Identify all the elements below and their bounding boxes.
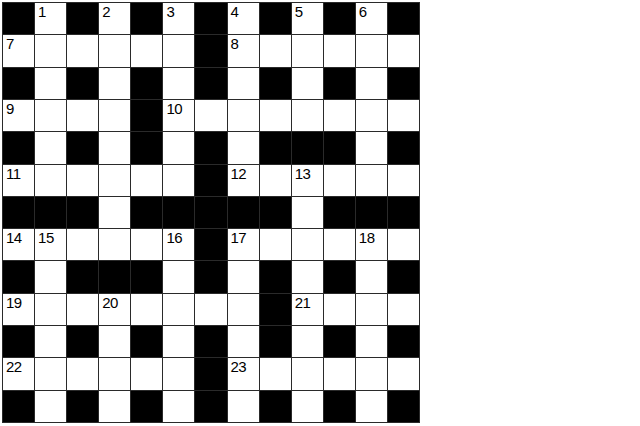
cell-r5c1[interactable] bbox=[35, 165, 66, 196]
cell-r8c6 bbox=[195, 261, 226, 292]
cell-r9c5[interactable] bbox=[163, 294, 194, 325]
clue-number: 12 bbox=[231, 166, 247, 182]
cell-r10c1[interactable] bbox=[35, 326, 66, 357]
cell-r3c12[interactable] bbox=[388, 100, 419, 131]
cell-r0c3[interactable]: 2 bbox=[99, 3, 130, 34]
cell-r2c3[interactable] bbox=[99, 68, 130, 99]
cell-r6c0 bbox=[3, 197, 34, 228]
cell-r7c6 bbox=[195, 229, 226, 260]
cell-r1c4[interactable] bbox=[131, 35, 162, 66]
cell-r6c5 bbox=[163, 197, 194, 228]
cell-r11c3[interactable] bbox=[99, 358, 130, 389]
clue-number: 21 bbox=[295, 295, 311, 311]
cell-r0c10 bbox=[324, 3, 355, 34]
cell-r1c7[interactable]: 8 bbox=[228, 35, 259, 66]
cell-r5c4[interactable] bbox=[131, 165, 162, 196]
clue-number: 9 bbox=[6, 101, 14, 117]
cell-r7c2[interactable] bbox=[67, 229, 98, 260]
cell-r10c9[interactable] bbox=[292, 326, 323, 357]
cell-r7c9[interactable] bbox=[292, 229, 323, 260]
cell-r6c1 bbox=[35, 197, 66, 228]
cell-r7c5[interactable]: 16 bbox=[163, 229, 194, 260]
cell-r10c8 bbox=[260, 326, 291, 357]
cell-r11c0[interactable]: 22 bbox=[3, 358, 34, 389]
cell-r6c11 bbox=[356, 197, 387, 228]
cell-r6c9[interactable] bbox=[292, 197, 323, 228]
cell-r11c7[interactable]: 23 bbox=[228, 358, 259, 389]
clue-number: 5 bbox=[295, 4, 303, 20]
cell-r11c4[interactable] bbox=[131, 358, 162, 389]
cell-r0c12 bbox=[388, 3, 419, 34]
cell-r2c9[interactable] bbox=[292, 68, 323, 99]
cell-r12c0 bbox=[3, 391, 34, 422]
cell-r12c1[interactable] bbox=[35, 391, 66, 422]
cell-r7c3[interactable] bbox=[99, 229, 130, 260]
cell-r6c6 bbox=[195, 197, 226, 228]
cell-r4c1[interactable] bbox=[35, 132, 66, 163]
cell-r10c3[interactable] bbox=[99, 326, 130, 357]
cell-r0c5[interactable]: 3 bbox=[163, 3, 194, 34]
clue-number: 18 bbox=[359, 230, 375, 246]
cell-r6c2 bbox=[67, 197, 98, 228]
cell-r11c1[interactable] bbox=[35, 358, 66, 389]
clue-number: 15 bbox=[38, 230, 54, 246]
cell-r3c8[interactable] bbox=[260, 100, 291, 131]
cell-r9c8 bbox=[260, 294, 291, 325]
cell-r4c3[interactable] bbox=[99, 132, 130, 163]
cell-r3c9[interactable] bbox=[292, 100, 323, 131]
clue-number: 2 bbox=[102, 4, 110, 20]
cell-r11c11[interactable] bbox=[356, 358, 387, 389]
cell-r4c12 bbox=[388, 132, 419, 163]
clue-number: 1 bbox=[38, 4, 46, 20]
cell-r1c8[interactable] bbox=[260, 35, 291, 66]
cell-r10c12 bbox=[388, 326, 419, 357]
cell-r1c9[interactable] bbox=[292, 35, 323, 66]
cell-r5c5[interactable] bbox=[163, 165, 194, 196]
cell-r7c11[interactable]: 18 bbox=[356, 229, 387, 260]
cell-r6c7 bbox=[228, 197, 259, 228]
cell-r0c1[interactable]: 1 bbox=[35, 3, 66, 34]
cell-r12c10 bbox=[324, 391, 355, 422]
cell-r4c6 bbox=[195, 132, 226, 163]
clue-number: 17 bbox=[231, 230, 247, 246]
cell-r4c0 bbox=[3, 132, 34, 163]
cell-r0c2 bbox=[67, 3, 98, 34]
cell-r2c0 bbox=[3, 68, 34, 99]
cell-r7c7[interactable]: 17 bbox=[228, 229, 259, 260]
cell-r2c2 bbox=[67, 68, 98, 99]
cell-r1c10[interactable] bbox=[324, 35, 355, 66]
cell-r8c0 bbox=[3, 261, 34, 292]
cell-r12c12 bbox=[388, 391, 419, 422]
cell-r6c8 bbox=[260, 197, 291, 228]
clue-number: 19 bbox=[6, 295, 22, 311]
clue-number: 6 bbox=[359, 4, 367, 20]
clue-number: 22 bbox=[6, 359, 22, 375]
clue-number: 10 bbox=[166, 101, 182, 117]
cell-r9c3[interactable]: 20 bbox=[99, 294, 130, 325]
clue-number: 3 bbox=[166, 4, 174, 20]
cell-r9c6[interactable] bbox=[195, 294, 226, 325]
cell-r7c4[interactable] bbox=[131, 229, 162, 260]
cell-r9c11[interactable] bbox=[356, 294, 387, 325]
clue-number: 14 bbox=[6, 230, 22, 246]
cell-r3c3[interactable] bbox=[99, 100, 130, 131]
clue-number: 4 bbox=[231, 4, 239, 20]
cell-r10c4 bbox=[131, 326, 162, 357]
cell-r8c7[interactable] bbox=[228, 261, 259, 292]
cell-r5c11[interactable] bbox=[356, 165, 387, 196]
cell-r2c5[interactable] bbox=[163, 68, 194, 99]
cell-r0c8 bbox=[260, 3, 291, 34]
cell-r12c11[interactable] bbox=[356, 391, 387, 422]
cell-r3c1[interactable] bbox=[35, 100, 66, 131]
cell-r12c7[interactable] bbox=[228, 391, 259, 422]
cell-r6c10 bbox=[324, 197, 355, 228]
cell-r5c7[interactable]: 12 bbox=[228, 165, 259, 196]
cell-r12c3[interactable] bbox=[99, 391, 130, 422]
cell-r4c8 bbox=[260, 132, 291, 163]
cell-r10c5[interactable] bbox=[163, 326, 194, 357]
cell-r2c4 bbox=[131, 68, 162, 99]
cell-r1c1[interactable] bbox=[35, 35, 66, 66]
cell-r5c10[interactable] bbox=[324, 165, 355, 196]
cell-r4c4 bbox=[131, 132, 162, 163]
cell-r4c10 bbox=[324, 132, 355, 163]
cell-r6c12 bbox=[388, 197, 419, 228]
cell-r8c3 bbox=[99, 261, 130, 292]
cell-r9c0[interactable]: 19 bbox=[3, 294, 34, 325]
cell-r8c10 bbox=[324, 261, 355, 292]
cell-r9c9[interactable]: 21 bbox=[292, 294, 323, 325]
cell-r4c2 bbox=[67, 132, 98, 163]
cell-r1c6 bbox=[195, 35, 226, 66]
cell-r1c3[interactable] bbox=[99, 35, 130, 66]
cell-r7c8[interactable] bbox=[260, 229, 291, 260]
cell-r3c7[interactable] bbox=[228, 100, 259, 131]
cell-r3c10[interactable] bbox=[324, 100, 355, 131]
cell-r2c7[interactable] bbox=[228, 68, 259, 99]
cell-r9c4[interactable] bbox=[131, 294, 162, 325]
cell-r8c5[interactable] bbox=[163, 261, 194, 292]
clue-number: 7 bbox=[6, 36, 14, 52]
cell-r9c10[interactable] bbox=[324, 294, 355, 325]
cell-r5c0[interactable]: 11 bbox=[3, 165, 34, 196]
cell-r10c11[interactable] bbox=[356, 326, 387, 357]
cell-r10c10 bbox=[324, 326, 355, 357]
cell-r2c6 bbox=[195, 68, 226, 99]
cell-r5c2[interactable] bbox=[67, 165, 98, 196]
cell-r8c8 bbox=[260, 261, 291, 292]
cell-r0c6 bbox=[195, 3, 226, 34]
cell-r12c6 bbox=[195, 391, 226, 422]
cell-r2c1[interactable] bbox=[35, 68, 66, 99]
cell-r5c12[interactable] bbox=[388, 165, 419, 196]
cell-r8c12 bbox=[388, 261, 419, 292]
cell-r1c12[interactable] bbox=[388, 35, 419, 66]
cell-r12c5[interactable] bbox=[163, 391, 194, 422]
cell-r8c9[interactable] bbox=[292, 261, 323, 292]
cell-r1c11[interactable] bbox=[356, 35, 387, 66]
cell-r11c12[interactable] bbox=[388, 358, 419, 389]
cell-r6c4 bbox=[131, 197, 162, 228]
cell-r12c2 bbox=[67, 391, 98, 422]
cell-r0c0 bbox=[3, 3, 34, 34]
cell-r12c4 bbox=[131, 391, 162, 422]
cell-r3c4 bbox=[131, 100, 162, 131]
cell-r9c2[interactable] bbox=[67, 294, 98, 325]
cell-r8c4 bbox=[131, 261, 162, 292]
cell-r8c1[interactable] bbox=[35, 261, 66, 292]
cell-r5c3[interactable] bbox=[99, 165, 130, 196]
cell-r7c1[interactable]: 15 bbox=[35, 229, 66, 260]
cell-r9c12[interactable] bbox=[388, 294, 419, 325]
cell-r5c8[interactable] bbox=[260, 165, 291, 196]
cell-r5c9[interactable]: 13 bbox=[292, 165, 323, 196]
cell-r5c6 bbox=[195, 165, 226, 196]
cell-r4c7[interactable] bbox=[228, 132, 259, 163]
page-background: 1234567891011121314151617181920212223 bbox=[0, 0, 640, 426]
cell-r2c10 bbox=[324, 68, 355, 99]
cell-r0c4 bbox=[131, 3, 162, 34]
cell-r6c3[interactable] bbox=[99, 197, 130, 228]
cell-r10c2 bbox=[67, 326, 98, 357]
cell-r10c7[interactable] bbox=[228, 326, 259, 357]
cell-r3c11[interactable] bbox=[356, 100, 387, 131]
cell-r1c2[interactable] bbox=[67, 35, 98, 66]
cell-r2c12 bbox=[388, 68, 419, 99]
cell-r10c6 bbox=[195, 326, 226, 357]
clue-number: 16 bbox=[166, 230, 182, 246]
crossword-grid: 1234567891011121314151617181920212223 bbox=[2, 2, 420, 423]
cell-r2c8 bbox=[260, 68, 291, 99]
cell-r7c10[interactable] bbox=[324, 229, 355, 260]
cell-r1c0[interactable]: 7 bbox=[3, 35, 34, 66]
cell-r1c5[interactable] bbox=[163, 35, 194, 66]
clue-number: 8 bbox=[231, 36, 239, 52]
clue-number: 11 bbox=[6, 166, 21, 182]
clue-number: 23 bbox=[231, 359, 247, 375]
cell-r3c5[interactable]: 10 bbox=[163, 100, 194, 131]
cell-r4c5[interactable] bbox=[163, 132, 194, 163]
cell-r11c8[interactable] bbox=[260, 358, 291, 389]
clue-number: 20 bbox=[102, 295, 118, 311]
cell-r11c10[interactable] bbox=[324, 358, 355, 389]
cell-r12c9[interactable] bbox=[292, 391, 323, 422]
cell-r9c1[interactable] bbox=[35, 294, 66, 325]
cell-r7c12[interactable] bbox=[388, 229, 419, 260]
cell-r3c2[interactable] bbox=[67, 100, 98, 131]
cell-r10c0 bbox=[3, 326, 34, 357]
cell-r0c7[interactable]: 4 bbox=[228, 3, 259, 34]
cell-r4c11[interactable] bbox=[356, 132, 387, 163]
cell-r12c8 bbox=[260, 391, 291, 422]
cell-r4c9 bbox=[292, 132, 323, 163]
cell-r11c5[interactable] bbox=[163, 358, 194, 389]
cell-r0c9[interactable]: 5 bbox=[292, 3, 323, 34]
cell-r0c11[interactable]: 6 bbox=[356, 3, 387, 34]
cell-r11c2[interactable] bbox=[67, 358, 98, 389]
cell-r8c2 bbox=[67, 261, 98, 292]
cell-r3c6[interactable] bbox=[195, 100, 226, 131]
clue-number: 13 bbox=[295, 166, 311, 182]
cell-r9c7[interactable] bbox=[228, 294, 259, 325]
cell-r8c11[interactable] bbox=[356, 261, 387, 292]
cell-r11c9[interactable] bbox=[292, 358, 323, 389]
cell-r3c0[interactable]: 9 bbox=[3, 100, 34, 131]
cell-r2c11[interactable] bbox=[356, 68, 387, 99]
cell-r7c0[interactable]: 14 bbox=[3, 229, 34, 260]
cell-r11c6 bbox=[195, 358, 226, 389]
